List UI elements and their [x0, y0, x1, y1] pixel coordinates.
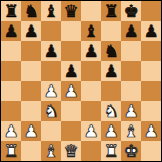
square-e1[interactable]	[81, 141, 101, 161]
square-g5[interactable]	[121, 61, 141, 81]
square-b3[interactable]	[21, 101, 41, 121]
square-b8[interactable]: ♞	[21, 1, 41, 21]
square-a2[interactable]: ♟	[1, 121, 21, 141]
piece-black-pawn: ♟	[83, 41, 98, 61]
piece-black-pawn: ♟	[63, 61, 78, 81]
piece-white-rook: ♜	[3, 141, 18, 161]
square-g7[interactable]: ♟	[121, 21, 141, 41]
square-a5[interactable]	[1, 61, 21, 81]
square-f2[interactable]: ♟	[101, 121, 121, 141]
square-h6[interactable]	[141, 41, 161, 61]
square-e4[interactable]	[81, 81, 101, 101]
square-e6[interactable]: ♟	[81, 41, 101, 61]
square-f6[interactable]: ♞	[101, 41, 121, 61]
square-c7[interactable]	[41, 21, 61, 41]
piece-white-king: ♚	[123, 141, 138, 161]
square-b7[interactable]: ♟	[21, 21, 41, 41]
piece-white-pawn: ♟	[123, 101, 138, 121]
piece-black-pawn: ♟	[3, 21, 18, 41]
square-f5[interactable]: ♟	[101, 61, 121, 81]
piece-white-pawn: ♟	[43, 81, 58, 101]
piece-white-rook: ♜	[103, 141, 118, 161]
square-f7[interactable]	[101, 21, 121, 41]
square-d7[interactable]	[61, 21, 81, 41]
square-h1[interactable]	[141, 141, 161, 161]
piece-black-bishop: ♝	[83, 21, 98, 41]
square-g6[interactable]	[121, 41, 141, 61]
piece-black-knight: ♞	[23, 1, 38, 21]
piece-black-pawn: ♟	[103, 61, 118, 81]
piece-black-queen: ♛	[63, 1, 78, 21]
square-d3[interactable]	[61, 101, 81, 121]
piece-white-queen: ♛	[63, 141, 78, 161]
piece-white-pawn: ♟	[103, 121, 118, 141]
piece-black-pawn: ♟	[143, 21, 158, 41]
square-h5[interactable]	[141, 61, 161, 81]
square-e7[interactable]: ♝	[81, 21, 101, 41]
board-frame: ♜♞♝♛♜♚♟♟♝♟♟♟♟♞♟♟♟♟♞♞♟♟♟♟♟♝♟♜♝♛♜♚	[0, 0, 162, 162]
square-d8[interactable]: ♛	[61, 1, 81, 21]
piece-black-knight: ♞	[103, 41, 118, 61]
piece-white-pawn: ♟	[83, 121, 98, 141]
square-e5[interactable]	[81, 61, 101, 81]
square-f8[interactable]: ♜	[101, 1, 121, 21]
square-b4[interactable]	[21, 81, 41, 101]
square-a4[interactable]	[1, 81, 21, 101]
piece-white-pawn: ♟	[143, 121, 158, 141]
square-f3[interactable]: ♞	[101, 101, 121, 121]
piece-black-rook: ♜	[3, 1, 18, 21]
piece-white-pawn: ♟	[3, 121, 18, 141]
square-d4[interactable]: ♟	[61, 81, 81, 101]
piece-black-rook: ♜	[103, 1, 118, 21]
piece-black-bishop: ♝	[43, 1, 58, 21]
piece-black-king: ♚	[123, 1, 138, 21]
square-f4[interactable]	[101, 81, 121, 101]
square-d2[interactable]	[61, 121, 81, 141]
square-c1[interactable]: ♝	[41, 141, 61, 161]
square-e8[interactable]	[81, 1, 101, 21]
piece-black-pawn: ♟	[23, 21, 38, 41]
piece-white-pawn: ♟	[23, 121, 38, 141]
square-b6[interactable]	[21, 41, 41, 61]
piece-white-pawn: ♟	[63, 81, 78, 101]
square-c6[interactable]: ♟	[41, 41, 61, 61]
square-b2[interactable]: ♟	[21, 121, 41, 141]
chess-board: ♜♞♝♛♜♚♟♟♝♟♟♟♟♞♟♟♟♟♞♞♟♟♟♟♟♝♟♜♝♛♜♚	[1, 1, 161, 161]
square-h8[interactable]	[141, 1, 161, 21]
square-g1[interactable]: ♚	[121, 141, 141, 161]
square-a3[interactable]	[1, 101, 21, 121]
piece-white-knight: ♞	[103, 101, 118, 121]
square-h7[interactable]: ♟	[141, 21, 161, 41]
square-c3[interactable]: ♞	[41, 101, 61, 121]
square-e3[interactable]	[81, 101, 101, 121]
piece-white-bishop: ♝	[123, 121, 138, 141]
square-a7[interactable]: ♟	[1, 21, 21, 41]
square-c4[interactable]: ♟	[41, 81, 61, 101]
square-a8[interactable]: ♜	[1, 1, 21, 21]
square-e2[interactable]: ♟	[81, 121, 101, 141]
square-b1[interactable]	[21, 141, 41, 161]
square-d1[interactable]: ♛	[61, 141, 81, 161]
square-d6[interactable]	[61, 41, 81, 61]
square-g8[interactable]: ♚	[121, 1, 141, 21]
square-g3[interactable]: ♟	[121, 101, 141, 121]
square-a1[interactable]: ♜	[1, 141, 21, 161]
square-h4[interactable]	[141, 81, 161, 101]
square-g4[interactable]	[121, 81, 141, 101]
square-c2[interactable]	[41, 121, 61, 141]
piece-white-bishop: ♝	[43, 141, 58, 161]
square-a6[interactable]	[1, 41, 21, 61]
square-d5[interactable]: ♟	[61, 61, 81, 81]
square-h2[interactable]: ♟	[141, 121, 161, 141]
square-c8[interactable]: ♝	[41, 1, 61, 21]
square-b5[interactable]	[21, 61, 41, 81]
square-h3[interactable]	[141, 101, 161, 121]
piece-white-knight: ♞	[43, 101, 58, 121]
square-f1[interactable]: ♜	[101, 141, 121, 161]
square-g2[interactable]: ♝	[121, 121, 141, 141]
piece-black-pawn: ♟	[43, 41, 58, 61]
square-c5[interactable]	[41, 61, 61, 81]
piece-black-pawn: ♟	[123, 21, 138, 41]
